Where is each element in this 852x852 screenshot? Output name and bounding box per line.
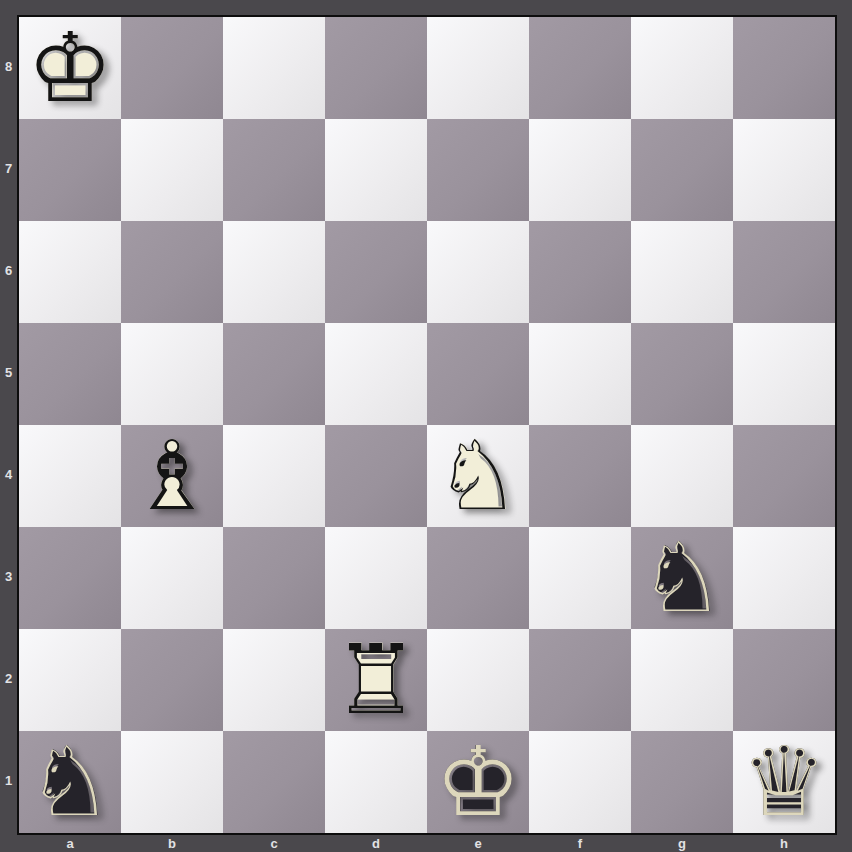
square-a8[interactable]: ♚♔ bbox=[19, 17, 121, 119]
piece-black-knight-a1[interactable]: ♞♘ bbox=[19, 731, 121, 833]
square-a3[interactable] bbox=[19, 527, 121, 629]
square-e3[interactable] bbox=[427, 527, 529, 629]
square-e4[interactable]: ♞♘ bbox=[427, 425, 529, 527]
square-g8[interactable] bbox=[631, 17, 733, 119]
rank-label-6: 6 bbox=[0, 219, 17, 321]
square-b3[interactable] bbox=[121, 527, 223, 629]
square-a1[interactable]: ♞♘ bbox=[19, 731, 121, 833]
square-a5[interactable] bbox=[19, 323, 121, 425]
square-b6[interactable] bbox=[121, 221, 223, 323]
square-e2[interactable] bbox=[427, 629, 529, 731]
square-h3[interactable] bbox=[733, 527, 835, 629]
piece-white-knight-e4[interactable]: ♞♘ bbox=[427, 425, 529, 527]
piece-outline-glyph: ♘ bbox=[19, 731, 121, 833]
square-h6[interactable] bbox=[733, 221, 835, 323]
piece-outline-glyph: ♖ bbox=[325, 629, 427, 731]
square-a7[interactable] bbox=[19, 119, 121, 221]
square-h5[interactable] bbox=[733, 323, 835, 425]
square-d6[interactable] bbox=[325, 221, 427, 323]
square-e5[interactable] bbox=[427, 323, 529, 425]
rank-label-2: 2 bbox=[0, 627, 17, 729]
rank-label-8: 8 bbox=[0, 15, 17, 117]
square-h7[interactable] bbox=[733, 119, 835, 221]
square-f6[interactable] bbox=[529, 221, 631, 323]
square-h1[interactable]: ♛♕ bbox=[733, 731, 835, 833]
square-b1[interactable] bbox=[121, 731, 223, 833]
square-f8[interactable] bbox=[529, 17, 631, 119]
square-g2[interactable] bbox=[631, 629, 733, 731]
file-label-g: g bbox=[631, 835, 733, 852]
square-b8[interactable] bbox=[121, 17, 223, 119]
piece-black-queen-h1[interactable]: ♛♕ bbox=[733, 731, 835, 833]
square-a6[interactable] bbox=[19, 221, 121, 323]
square-e6[interactable] bbox=[427, 221, 529, 323]
piece-outline-glyph: ♕ bbox=[733, 731, 835, 833]
square-d1[interactable] bbox=[325, 731, 427, 833]
piece-white-bishop-b4[interactable]: ♝♗ bbox=[121, 425, 223, 527]
square-f2[interactable] bbox=[529, 629, 631, 731]
square-c4[interactable] bbox=[223, 425, 325, 527]
square-g1[interactable] bbox=[631, 731, 733, 833]
square-d5[interactable] bbox=[325, 323, 427, 425]
piece-outline-glyph: ♔ bbox=[19, 17, 121, 119]
square-e7[interactable] bbox=[427, 119, 529, 221]
piece-white-rook-d2[interactable]: ♜♖ bbox=[325, 629, 427, 731]
square-d7[interactable] bbox=[325, 119, 427, 221]
square-b7[interactable] bbox=[121, 119, 223, 221]
square-c5[interactable] bbox=[223, 323, 325, 425]
square-c1[interactable] bbox=[223, 731, 325, 833]
piece-outline-glyph: ♘ bbox=[427, 425, 529, 527]
square-h8[interactable] bbox=[733, 17, 835, 119]
file-label-d: d bbox=[325, 835, 427, 852]
square-b2[interactable] bbox=[121, 629, 223, 731]
square-g5[interactable] bbox=[631, 323, 733, 425]
file-label-c: c bbox=[223, 835, 325, 852]
square-a2[interactable] bbox=[19, 629, 121, 731]
file-label-b: b bbox=[121, 835, 223, 852]
square-a4[interactable] bbox=[19, 425, 121, 527]
square-e8[interactable] bbox=[427, 17, 529, 119]
square-g7[interactable] bbox=[631, 119, 733, 221]
piece-white-king-a8[interactable]: ♚♔ bbox=[19, 17, 121, 119]
square-d2[interactable]: ♜♖ bbox=[325, 629, 427, 731]
rank-label-5: 5 bbox=[0, 321, 17, 423]
piece-black-knight-g3[interactable]: ♞♘ bbox=[631, 527, 733, 629]
square-c7[interactable] bbox=[223, 119, 325, 221]
chess-board-frame: ♚♔♝♗♞♘♞♘♜♖♞♘♚♔♛♕ 87654321abcdefgh bbox=[0, 0, 852, 852]
square-f1[interactable] bbox=[529, 731, 631, 833]
square-f7[interactable] bbox=[529, 119, 631, 221]
square-d3[interactable] bbox=[325, 527, 427, 629]
square-c8[interactable] bbox=[223, 17, 325, 119]
chess-board: ♚♔♝♗♞♘♞♘♜♖♞♘♚♔♛♕ bbox=[17, 15, 837, 835]
square-f3[interactable] bbox=[529, 527, 631, 629]
file-label-a: a bbox=[19, 835, 121, 852]
square-e1[interactable]: ♚♔ bbox=[427, 731, 529, 833]
square-d8[interactable] bbox=[325, 17, 427, 119]
piece-outline-glyph: ♗ bbox=[121, 425, 223, 527]
rank-label-4: 4 bbox=[0, 423, 17, 525]
square-c6[interactable] bbox=[223, 221, 325, 323]
square-g4[interactable] bbox=[631, 425, 733, 527]
piece-outline-glyph: ♘ bbox=[631, 527, 733, 629]
square-c2[interactable] bbox=[223, 629, 325, 731]
file-label-e: e bbox=[427, 835, 529, 852]
file-label-h: h bbox=[733, 835, 835, 852]
square-d4[interactable] bbox=[325, 425, 427, 527]
square-g3[interactable]: ♞♘ bbox=[631, 527, 733, 629]
piece-outline-glyph: ♔ bbox=[427, 731, 529, 833]
rank-label-1: 1 bbox=[0, 729, 17, 831]
file-label-f: f bbox=[529, 835, 631, 852]
piece-black-king-e1[interactable]: ♚♔ bbox=[427, 731, 529, 833]
rank-label-3: 3 bbox=[0, 525, 17, 627]
square-h2[interactable] bbox=[733, 629, 835, 731]
square-f5[interactable] bbox=[529, 323, 631, 425]
square-g6[interactable] bbox=[631, 221, 733, 323]
square-b4[interactable]: ♝♗ bbox=[121, 425, 223, 527]
square-f4[interactable] bbox=[529, 425, 631, 527]
rank-label-7: 7 bbox=[0, 117, 17, 219]
square-h4[interactable] bbox=[733, 425, 835, 527]
square-b5[interactable] bbox=[121, 323, 223, 425]
square-c3[interactable] bbox=[223, 527, 325, 629]
